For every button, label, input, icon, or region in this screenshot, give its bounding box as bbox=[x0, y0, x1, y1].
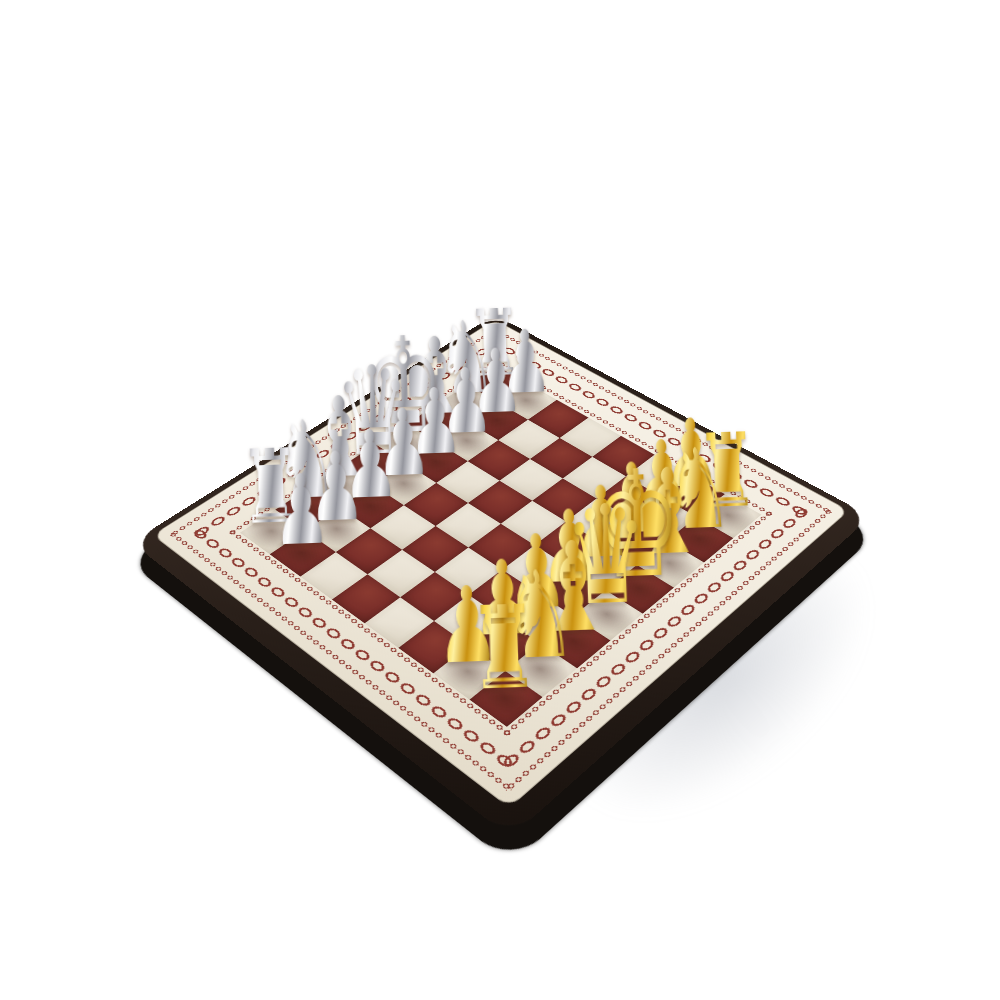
square-h6[interactable] bbox=[528, 400, 588, 438]
square-d7[interactable] bbox=[373, 463, 436, 505]
border-chain-band bbox=[188, 338, 506, 542]
square-d8[interactable] bbox=[343, 444, 405, 485]
board-sheet bbox=[152, 320, 849, 808]
square-f8[interactable] bbox=[407, 404, 467, 442]
piece-billboard: ♟ bbox=[618, 333, 762, 496]
piece-shadow bbox=[339, 444, 408, 489]
silver-pawn-icon: ♟ bbox=[374, 402, 433, 486]
piece-billboard: ♛ bbox=[302, 307, 441, 465]
silver-queen-icon: ♛ bbox=[334, 355, 412, 467]
square-b8[interactable] bbox=[275, 487, 339, 530]
silver-knight-icon: ♞ bbox=[272, 412, 340, 511]
piece-billboard: ♟ bbox=[396, 286, 533, 441]
piece-shadow bbox=[434, 384, 500, 425]
scene: ♜♞♟♝♟♚♟♛♟♝♟♞♟♟♜♟♟♜♟♟♞♟♝♟♚♟♛♟♝♟♞♜ bbox=[0, 0, 1000, 1000]
border-chain-band bbox=[486, 338, 814, 520]
piece-billboard: ♜ bbox=[197, 367, 343, 532]
square-f4[interactable] bbox=[532, 478, 596, 521]
square-e8[interactable] bbox=[376, 424, 437, 463]
piece-billboard: ♝ bbox=[268, 327, 409, 487]
piece-shadow bbox=[463, 365, 528, 405]
square-f5[interactable] bbox=[500, 459, 563, 501]
square-h2[interactable] bbox=[661, 474, 725, 517]
border-chain-inner bbox=[227, 358, 500, 535]
gold-pawn-icon: ♟ bbox=[632, 433, 692, 520]
silver-bishop-icon: ♝ bbox=[305, 387, 375, 488]
piece-shadow bbox=[464, 401, 531, 443]
piece-shadow bbox=[306, 465, 376, 511]
piece-shadow bbox=[369, 463, 439, 509]
square-g8[interactable] bbox=[438, 385, 498, 422]
border-chain-outer bbox=[491, 327, 834, 514]
piece-billboard: ♚ bbox=[335, 289, 472, 444]
square-h3[interactable] bbox=[626, 455, 689, 497]
piece-billboard: ♜ bbox=[653, 351, 799, 516]
square-c7[interactable] bbox=[340, 485, 404, 528]
piece-billboard: ♟ bbox=[262, 365, 408, 530]
silver-knight-icon: ♞ bbox=[434, 314, 498, 406]
piece-billboard: ♟ bbox=[427, 268, 562, 421]
square-g3[interactable] bbox=[596, 476, 660, 519]
piece-billboard: ♟ bbox=[364, 305, 503, 463]
border-chain-inner bbox=[492, 358, 775, 516]
piece-shadow bbox=[493, 382, 559, 423]
square-h7[interactable] bbox=[497, 383, 557, 420]
silver-bishop-icon: ♝ bbox=[402, 328, 469, 425]
silver-pawn-icon: ♟ bbox=[341, 423, 401, 509]
square-g7[interactable] bbox=[467, 402, 527, 440]
square-c8[interactable] bbox=[310, 466, 373, 508]
piece-billboard: ♟ bbox=[297, 344, 441, 507]
silver-pawn-icon: ♟ bbox=[468, 342, 524, 423]
piece-shadow bbox=[433, 421, 501, 464]
square-g4[interactable] bbox=[563, 457, 626, 499]
square-h1[interactable] bbox=[696, 494, 761, 538]
piece-shadow bbox=[401, 442, 470, 487]
square-e7[interactable] bbox=[405, 442, 467, 483]
camera-tilt: ♜♞♟♝♟♚♟♛♟♝♟♞♟♟♜♟♟♜♟♟♞♟♝♟♚♟♛♟♝♟♞♜ bbox=[0, 0, 1000, 1000]
square-g6[interactable] bbox=[498, 420, 559, 459]
silver-pawn-icon: ♟ bbox=[306, 445, 366, 532]
square-h8[interactable] bbox=[467, 366, 526, 402]
piece-billboard: ♞ bbox=[233, 347, 377, 510]
gold-rook-icon: ♜ bbox=[695, 424, 760, 518]
piece-billboard: ♝ bbox=[367, 270, 502, 423]
silver-pawn-icon: ♟ bbox=[438, 361, 495, 443]
piece-billboard: ♟ bbox=[458, 251, 591, 402]
piece-billboard: ♟ bbox=[588, 354, 734, 519]
square-g5[interactable] bbox=[530, 438, 592, 478]
square-f7[interactable] bbox=[437, 422, 498, 461]
silver-rook-icon: ♜ bbox=[466, 301, 525, 385]
square-e6[interactable] bbox=[436, 461, 499, 503]
square-h5[interactable] bbox=[560, 418, 621, 457]
piece-billboard: ♟ bbox=[331, 325, 472, 485]
piece-billboard: ♞ bbox=[398, 253, 531, 404]
silver-rook-icon: ♜ bbox=[239, 440, 304, 534]
piece-shadow bbox=[403, 403, 470, 445]
piece-billboard: ♜ bbox=[428, 235, 559, 384]
square-e5[interactable] bbox=[468, 481, 532, 524]
border-chain-outer bbox=[168, 327, 499, 537]
square-f6[interactable] bbox=[468, 440, 530, 481]
piece-shadow bbox=[372, 423, 440, 467]
silver-pawn-icon: ♟ bbox=[406, 381, 464, 464]
gold-pawn-icon: ♟ bbox=[662, 412, 722, 498]
square-d6[interactable] bbox=[404, 483, 468, 526]
silver-king-icon: ♚ bbox=[362, 325, 446, 446]
square-h4[interactable] bbox=[592, 436, 654, 476]
silver-pawn-icon: ♟ bbox=[498, 323, 553, 403]
